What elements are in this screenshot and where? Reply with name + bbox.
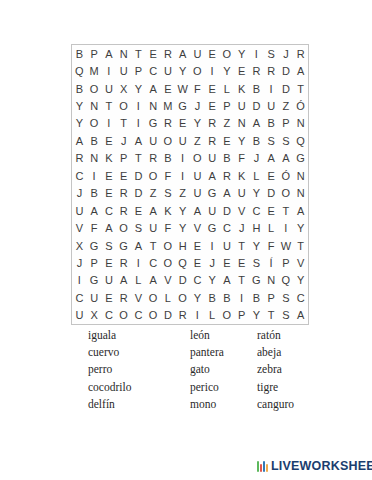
grid-cell[interactable]: U: [190, 185, 205, 202]
grid-cell[interactable]: B: [249, 132, 264, 149]
grid-cell[interactable]: D: [131, 185, 146, 202]
word-list-item: mono: [190, 396, 257, 413]
word-list-item: león: [190, 327, 257, 344]
grid-cell[interactable]: E: [190, 237, 205, 254]
grid-cell[interactable]: A: [146, 202, 161, 219]
grid-cell[interactable]: P: [279, 254, 294, 271]
liveworksheets-logo[interactable]: LIVEWORKSHEETS: [257, 459, 372, 473]
grid-cell[interactable]: C: [131, 307, 146, 324]
grid-cell[interactable]: I: [234, 289, 249, 306]
grid-cell[interactable]: Z: [279, 97, 294, 114]
word-list-item: tigre: [257, 379, 328, 396]
grid-cell[interactable]: R: [220, 167, 235, 184]
grid-cell[interactable]: A: [293, 62, 308, 79]
grid-cell[interactable]: C: [72, 289, 87, 306]
grid-cell[interactable]: U: [146, 132, 161, 149]
grid-cell[interactable]: C: [146, 62, 161, 79]
grid-cell[interactable]: R: [116, 254, 131, 271]
grid-cell[interactable]: Y: [190, 289, 205, 306]
grid-cell[interactable]: F: [190, 80, 205, 97]
grid-cell[interactable]: O: [175, 289, 190, 306]
grid-cell[interactable]: V: [131, 289, 146, 306]
grid-cell[interactable]: Q: [72, 62, 87, 79]
grid-cell[interactable]: N: [234, 115, 249, 132]
grid-cell[interactable]: J: [116, 132, 131, 149]
grid-cell[interactable]: T: [146, 237, 161, 254]
grid-cell[interactable]: Y: [175, 202, 190, 219]
liveworksheets-wordmark: LIVEWORKSHEETS: [271, 459, 372, 473]
grid-cell[interactable]: U: [102, 80, 117, 97]
grid-cell[interactable]: B: [249, 80, 264, 97]
grid-cell[interactable]: O: [146, 289, 161, 306]
grid-cell[interactable]: P: [131, 62, 146, 79]
grid-cell[interactable]: A: [131, 132, 146, 149]
grid-cell[interactable]: I: [205, 62, 220, 79]
grid-cell[interactable]: A: [87, 202, 102, 219]
grid-cell[interactable]: I: [264, 80, 279, 97]
grid-cell[interactable]: T: [293, 80, 308, 97]
grid-cell[interactable]: B: [220, 289, 235, 306]
grid-cell[interactable]: Z: [190, 132, 205, 149]
grid-cell[interactable]: B: [161, 150, 176, 167]
grid-cell[interactable]: J: [72, 185, 87, 202]
word-grid: BPANTERAUEOYISJRQMIUPCUYOIYERRDABOUXYAEW…: [71, 44, 309, 325]
grid-cell[interactable]: O: [161, 254, 176, 271]
word-list-item: perico: [190, 379, 257, 396]
grid-cell[interactable]: U: [87, 289, 102, 306]
grid-cell[interactable]: Y: [249, 237, 264, 254]
grid-cell[interactable]: R: [205, 115, 220, 132]
grid-cell[interactable]: I: [87, 167, 102, 184]
grid-cell[interactable]: W: [175, 80, 190, 97]
grid-cell[interactable]: A: [175, 45, 190, 62]
grid-cell[interactable]: N: [146, 97, 161, 114]
grid-cell[interactable]: I: [102, 115, 117, 132]
grid-cell[interactable]: T: [102, 97, 117, 114]
grid-cell[interactable]: Y: [131, 80, 146, 97]
grid-cell[interactable]: T: [131, 45, 146, 62]
grid-cell[interactable]: E: [205, 45, 220, 62]
grid-cell[interactable]: L: [264, 219, 279, 236]
grid-cell[interactable]: Z: [146, 185, 161, 202]
grid-cell[interactable]: W: [279, 237, 294, 254]
grid-cell[interactable]: A: [279, 150, 294, 167]
word-list-item: cocodrilo: [88, 379, 190, 396]
grid-cell[interactable]: I: [131, 97, 146, 114]
grid-cell[interactable]: X: [87, 307, 102, 324]
grid-cell[interactable]: D: [161, 307, 176, 324]
grid-cell[interactable]: S: [279, 307, 294, 324]
grid-cell[interactable]: Ó: [293, 97, 308, 114]
grid-cell[interactable]: U: [220, 237, 235, 254]
grid-cell[interactable]: D: [175, 272, 190, 289]
grid-cell[interactable]: N: [87, 97, 102, 114]
grid-cell[interactable]: E: [102, 132, 117, 149]
grid-cell[interactable]: E: [220, 254, 235, 271]
grid-cell[interactable]: R: [161, 45, 176, 62]
grid-cell[interactable]: A: [131, 237, 146, 254]
word-list-item: zebra: [257, 361, 328, 378]
grid-cell[interactable]: D: [279, 62, 294, 79]
grid-cell[interactable]: B: [205, 289, 220, 306]
grid-cell[interactable]: C: [72, 167, 87, 184]
grid-cell[interactable]: R: [175, 307, 190, 324]
grid-cell[interactable]: J: [205, 254, 220, 271]
grid-cell[interactable]: A: [102, 219, 117, 236]
grid-cell[interactable]: V: [72, 219, 87, 236]
grid-cell[interactable]: O: [220, 45, 235, 62]
grid-cell[interactable]: U: [146, 219, 161, 236]
grid-cell[interactable]: Y: [72, 115, 87, 132]
grid-cell[interactable]: N: [293, 115, 308, 132]
grid-cell[interactable]: Y: [190, 115, 205, 132]
grid-cell[interactable]: U: [264, 97, 279, 114]
grid-cell[interactable]: C: [220, 219, 235, 236]
grid-cell[interactable]: C: [190, 272, 205, 289]
grid-cell[interactable]: E: [102, 289, 117, 306]
grid-cell[interactable]: U: [234, 185, 249, 202]
grid-cell[interactable]: D: [279, 80, 294, 97]
grid-cell[interactable]: K: [102, 150, 117, 167]
grid-cell[interactable]: E: [234, 62, 249, 79]
grid-cell[interactable]: P: [279, 115, 294, 132]
grid-cell[interactable]: I: [249, 45, 264, 62]
grid-cell[interactable]: U: [205, 202, 220, 219]
grid-cell[interactable]: G: [146, 115, 161, 132]
grid-cell[interactable]: R: [116, 202, 131, 219]
grid-cell[interactable]: B: [87, 185, 102, 202]
grid-cell[interactable]: U: [175, 132, 190, 149]
grid-cell[interactable]: S: [264, 45, 279, 62]
grid-cell[interactable]: V: [234, 202, 249, 219]
grid-cell[interactable]: O: [116, 97, 131, 114]
grid-cell[interactable]: Z: [220, 115, 235, 132]
grid-cell[interactable]: A: [220, 272, 235, 289]
grid-cell[interactable]: S: [279, 132, 294, 149]
grid-cell[interactable]: J: [72, 254, 87, 271]
grid-cell[interactable]: E: [205, 97, 220, 114]
grid-cell[interactable]: L: [205, 307, 220, 324]
grid-cell[interactable]: G: [205, 185, 220, 202]
grid-cell[interactable]: E: [131, 202, 146, 219]
grid-cell[interactable]: T: [264, 307, 279, 324]
grid-cell[interactable]: Ó: [279, 167, 294, 184]
grid-cell[interactable]: U: [190, 45, 205, 62]
grid-cell[interactable]: E: [102, 167, 117, 184]
grid-cell[interactable]: E: [175, 115, 190, 132]
grid-cell[interactable]: Y: [234, 45, 249, 62]
grid-cell[interactable]: L: [249, 167, 264, 184]
grid-cell[interactable]: G: [175, 97, 190, 114]
grid-cell[interactable]: X: [116, 80, 131, 97]
grid-cell[interactable]: S: [161, 185, 176, 202]
grid-cell[interactable]: R: [161, 115, 176, 132]
grid-cell[interactable]: Y: [175, 62, 190, 79]
grid-cell[interactable]: Y: [249, 307, 264, 324]
grid-cell[interactable]: I: [131, 115, 146, 132]
grid-cell[interactable]: A: [190, 202, 205, 219]
grid-cell[interactable]: J: [234, 219, 249, 236]
grid-cell[interactable]: E: [205, 80, 220, 97]
grid-cell[interactable]: R: [116, 185, 131, 202]
grid-cell[interactable]: L: [220, 80, 235, 97]
grid-cell[interactable]: B: [72, 45, 87, 62]
grid-cell[interactable]: O: [190, 150, 205, 167]
grid-cell[interactable]: T: [279, 202, 294, 219]
grid-cell[interactable]: M: [87, 62, 102, 79]
grid-cell[interactable]: S: [131, 219, 146, 236]
grid-cell[interactable]: R: [249, 62, 264, 79]
grid-cell[interactable]: U: [102, 272, 117, 289]
grid-cell[interactable]: A: [293, 202, 308, 219]
grid-cell[interactable]: O: [161, 132, 176, 149]
grid-cell[interactable]: I: [131, 254, 146, 271]
grid-cell[interactable]: M: [161, 97, 176, 114]
grid-cell[interactable]: Y: [249, 185, 264, 202]
grid-cell[interactable]: O: [87, 115, 102, 132]
grid-cell[interactable]: A: [146, 272, 161, 289]
grid-cell[interactable]: F: [234, 150, 249, 167]
grid-cell[interactable]: R: [72, 150, 87, 167]
grid-cell[interactable]: I: [72, 272, 87, 289]
word-list-item: abeja: [257, 344, 328, 361]
grid-cell[interactable]: I: [205, 237, 220, 254]
grid-cell[interactable]: G: [87, 237, 102, 254]
grid-cell[interactable]: B: [72, 80, 87, 97]
grid-cell[interactable]: P: [87, 254, 102, 271]
grid-cell[interactable]: R: [205, 132, 220, 149]
grid-cell[interactable]: T: [116, 115, 131, 132]
grid-cell[interactable]: V: [190, 219, 205, 236]
liveworksheets-icon: [257, 461, 269, 472]
grid-cell[interactable]: K: [234, 80, 249, 97]
grid-cell[interactable]: H: [249, 219, 264, 236]
grid-cell[interactable]: C: [102, 307, 117, 324]
grid-cell[interactable]: P: [220, 97, 235, 114]
grid-cell[interactable]: C: [293, 289, 308, 306]
grid-cell[interactable]: E: [234, 254, 249, 271]
grid-cell[interactable]: C: [249, 202, 264, 219]
grid-cell[interactable]: B: [264, 115, 279, 132]
grid-cell[interactable]: G: [293, 150, 308, 167]
grid-cell[interactable]: G: [87, 272, 102, 289]
grid-cell[interactable]: P: [234, 307, 249, 324]
grid-cell[interactable]: S: [264, 132, 279, 149]
grid-cell[interactable]: A: [249, 115, 264, 132]
grid-cell[interactable]: I: [175, 150, 190, 167]
grid-cell[interactable]: E: [102, 185, 117, 202]
grid-cell[interactable]: Y: [72, 97, 87, 114]
grid-cell[interactable]: Q: [293, 132, 308, 149]
grid-cell[interactable]: F: [161, 167, 176, 184]
grid-cell[interactable]: I: [279, 219, 294, 236]
grid-cell[interactable]: Y: [293, 219, 308, 236]
word-list-item: canguro: [257, 396, 328, 413]
grid-cell[interactable]: B: [249, 289, 264, 306]
grid-cell[interactable]: Q: [175, 254, 190, 271]
grid-cell[interactable]: A: [264, 150, 279, 167]
grid-cell[interactable]: B: [220, 150, 235, 167]
grid-cell[interactable]: Y: [205, 272, 220, 289]
word-column: igualacuervoperrococodrilodelfín: [88, 327, 190, 413]
grid-cell[interactable]: O: [116, 307, 131, 324]
word-list-item: ratón: [257, 327, 328, 344]
grid-cell[interactable]: F: [87, 219, 102, 236]
grid-cell[interactable]: O: [161, 237, 176, 254]
grid-cell[interactable]: E: [264, 167, 279, 184]
word-column: ratónabejazebratigrecanguro: [257, 327, 328, 413]
grid-cell[interactable]: R: [264, 62, 279, 79]
word-column: leónpanteragatopericomono: [190, 327, 257, 413]
grid-cell[interactable]: E: [264, 202, 279, 219]
grid-cell[interactable]: Z: [175, 185, 190, 202]
grid-cell[interactable]: J: [249, 150, 264, 167]
grid-cell[interactable]: E: [220, 132, 235, 149]
grid-cell[interactable]: A: [116, 272, 131, 289]
grid-cell[interactable]: P: [116, 150, 131, 167]
grid-cell[interactable]: C: [146, 254, 161, 271]
grid-cell[interactable]: T: [234, 237, 249, 254]
grid-cell[interactable]: V: [161, 272, 176, 289]
grid-cell[interactable]: O: [279, 185, 294, 202]
grid-cell[interactable]: U: [161, 62, 176, 79]
grid-cell[interactable]: E: [116, 167, 131, 184]
grid-cell[interactable]: D: [220, 202, 235, 219]
grid-cell[interactable]: O: [116, 219, 131, 236]
grid-cell[interactable]: I: [190, 307, 205, 324]
grid-cell[interactable]: Y: [220, 62, 235, 79]
grid-cell[interactable]: T: [131, 150, 146, 167]
grid-cell[interactable]: Í: [264, 254, 279, 271]
grid-cell[interactable]: R: [146, 150, 161, 167]
grid-cell[interactable]: O: [220, 307, 235, 324]
grid-cell[interactable]: A: [146, 80, 161, 97]
grid-cell[interactable]: I: [102, 62, 117, 79]
grid-cell[interactable]: U: [72, 307, 87, 324]
grid-cell[interactable]: J: [190, 97, 205, 114]
grid-cell[interactable]: D: [131, 167, 146, 184]
grid-cell[interactable]: Y: [175, 219, 190, 236]
grid-cell[interactable]: S: [102, 237, 117, 254]
grid-cell[interactable]: G: [205, 219, 220, 236]
grid-cell[interactable]: N: [116, 45, 131, 62]
grid-cell[interactable]: F: [161, 219, 176, 236]
grid-cell[interactable]: U: [190, 167, 205, 184]
grid-cell[interactable]: C: [102, 202, 117, 219]
grid-cell[interactable]: O: [146, 167, 161, 184]
grid-cell[interactable]: Q: [279, 272, 294, 289]
grid-cell[interactable]: A: [205, 167, 220, 184]
grid-cell[interactable]: Y: [293, 272, 308, 289]
grid-cell[interactable]: K: [234, 167, 249, 184]
grid-cell[interactable]: D: [264, 185, 279, 202]
grid-cell[interactable]: B: [87, 132, 102, 149]
grid-cell[interactable]: G: [116, 237, 131, 254]
grid-cell[interactable]: N: [264, 272, 279, 289]
grid-cell[interactable]: R: [293, 45, 308, 62]
grid-cell[interactable]: A: [293, 307, 308, 324]
grid-cell[interactable]: V: [293, 254, 308, 271]
grid-cell[interactable]: U: [205, 150, 220, 167]
grid-cell[interactable]: O: [87, 80, 102, 97]
grid-cell[interactable]: Y: [234, 132, 249, 149]
grid-cell[interactable]: S: [249, 254, 264, 271]
grid-cell[interactable]: U: [72, 202, 87, 219]
grid-cell[interactable]: N: [293, 185, 308, 202]
grid-cell[interactable]: A: [102, 45, 117, 62]
grid-cell[interactable]: U: [234, 97, 249, 114]
grid-cell[interactable]: E: [161, 80, 176, 97]
grid-cell[interactable]: K: [161, 202, 176, 219]
grid-cell[interactable]: I: [175, 167, 190, 184]
grid-cell[interactable]: X: [72, 237, 87, 254]
grid-cell[interactable]: T: [293, 237, 308, 254]
grid-cell[interactable]: R: [116, 289, 131, 306]
grid-cell[interactable]: L: [131, 272, 146, 289]
grid-cell[interactable]: O: [146, 307, 161, 324]
word-list: igualacuervoperrococodrilodelfín leónpan…: [88, 327, 328, 413]
grid-cell[interactable]: U: [116, 62, 131, 79]
grid-cell[interactable]: P: [87, 45, 102, 62]
grid-cell[interactable]: H: [175, 237, 190, 254]
grid-cell[interactable]: E: [190, 254, 205, 271]
word-list-item: pantera: [190, 344, 257, 361]
word-list-item: iguala: [88, 327, 190, 344]
grid-cell[interactable]: T: [234, 272, 249, 289]
grid-cell[interactable]: S: [279, 289, 294, 306]
word-list-item: cuervo: [88, 344, 190, 361]
grid-cell[interactable]: E: [146, 45, 161, 62]
grid-cell[interactable]: J: [279, 45, 294, 62]
word-list-item: delfín: [88, 396, 190, 413]
grid-cell[interactable]: G: [249, 272, 264, 289]
grid-cell[interactable]: A: [220, 185, 235, 202]
grid-cell[interactable]: O: [190, 62, 205, 79]
word-list-item: gato: [190, 361, 257, 378]
word-list-item: perro: [88, 361, 190, 378]
worksheet-page: BPANTERAUEOYISJRQMIUPCUYOIYERRDABOUXYAEW…: [0, 0, 372, 480]
grid-cell[interactable]: D: [249, 97, 264, 114]
grid-cell[interactable]: F: [264, 237, 279, 254]
grid-cell[interactable]: E: [102, 254, 117, 271]
grid-cell[interactable]: N: [293, 167, 308, 184]
grid-cell[interactable]: P: [264, 289, 279, 306]
grid-cell[interactable]: A: [72, 132, 87, 149]
grid-cell[interactable]: L: [161, 289, 176, 306]
grid-cell[interactable]: N: [87, 150, 102, 167]
